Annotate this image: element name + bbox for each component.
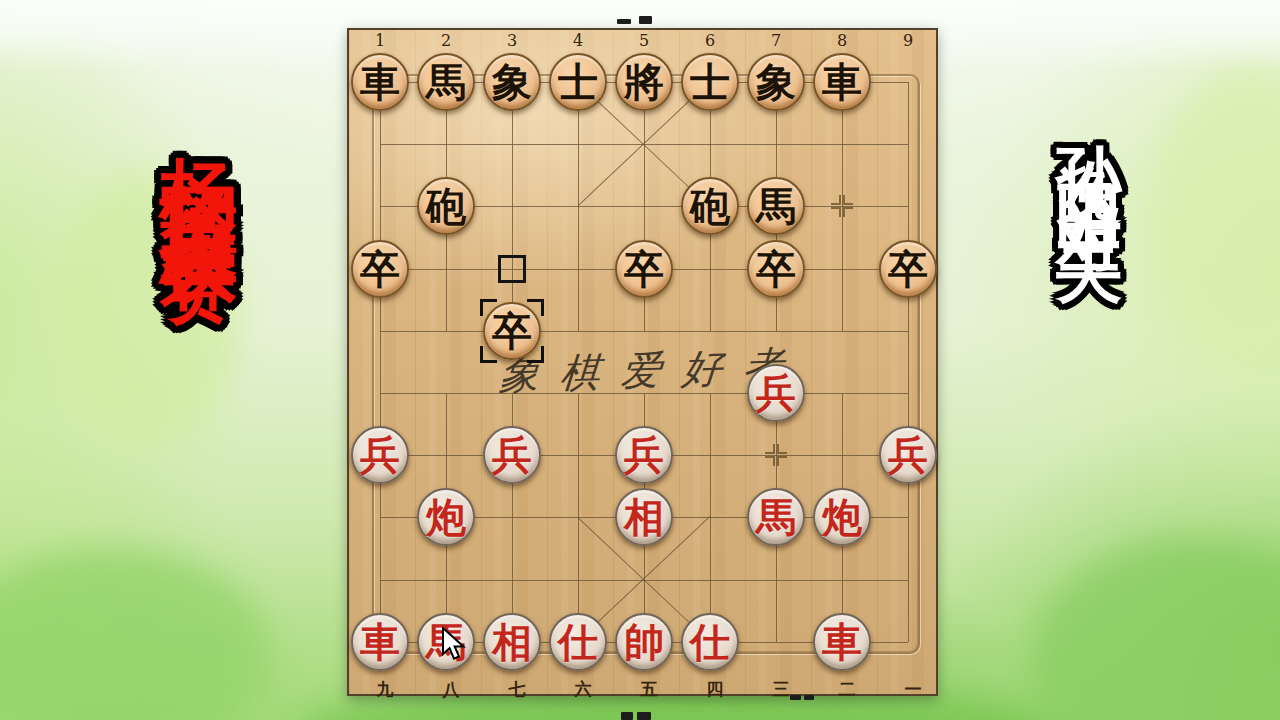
piece-red-帥[interactable]: 帥 xyxy=(615,613,673,671)
piece-red-相[interactable]: 相 xyxy=(615,488,673,546)
leaf-blob xyxy=(1030,540,1280,720)
file-label-bottom: 二 xyxy=(839,678,856,701)
piece-red-兵[interactable]: 兵 xyxy=(351,426,409,484)
point-marker xyxy=(765,444,787,466)
piece-black-卒[interactable]: 卒 xyxy=(615,240,673,298)
last-move-from-marker xyxy=(498,255,526,283)
piece-black-士[interactable]: 士 xyxy=(549,53,607,111)
piece-red-兵[interactable]: 兵 xyxy=(483,426,541,484)
piece-black-士[interactable]: 士 xyxy=(681,53,739,111)
left-banner-text: 杨官璘象棋赛 xyxy=(161,94,239,196)
piece-red-車[interactable]: 車 xyxy=(351,613,409,671)
leaf-blob xyxy=(0,550,270,720)
clipped-text-artifact-bottom xyxy=(804,695,814,700)
file-label-top: 2 xyxy=(441,31,451,50)
file-label-top: 6 xyxy=(705,31,715,50)
file-label-top: 1 xyxy=(375,31,385,50)
piece-black-卒[interactable]: 卒 xyxy=(351,240,409,298)
file-label-bottom: 三 xyxy=(773,678,790,701)
right-banner-text: 孙逸阳对王天一 xyxy=(1057,92,1123,232)
file-label-bottom: 四 xyxy=(707,678,724,701)
clipped-text-artifact-bottom xyxy=(621,712,633,720)
video-frame: 杨官璘象棋赛 孙逸阳对王天一 123456789 九八七六五四三二一 象棋爱好者… xyxy=(0,0,1280,720)
piece-black-象[interactable]: 象 xyxy=(747,53,805,111)
clipped-text-artifact-top xyxy=(617,19,631,24)
file-label-bottom: 六 xyxy=(575,678,592,701)
file-label-bottom: 一 xyxy=(905,678,922,701)
file-label-bottom: 七 xyxy=(509,678,526,701)
clipped-text-artifact-bottom xyxy=(637,712,651,720)
last-move-to-marker xyxy=(483,302,541,360)
leaf-blob xyxy=(1150,70,1280,370)
piece-red-炮[interactable]: 炮 xyxy=(417,488,475,546)
piece-black-車[interactable]: 車 xyxy=(351,53,409,111)
leaf-blob xyxy=(50,170,240,450)
file-label-top: 7 xyxy=(771,31,781,50)
file-label-top: 5 xyxy=(639,31,649,50)
clipped-text-artifact-bottom xyxy=(790,695,801,700)
file-label-top: 3 xyxy=(507,31,517,50)
piece-black-將[interactable]: 將 xyxy=(615,53,673,111)
file-label-top: 8 xyxy=(837,31,847,50)
piece-red-兵[interactable]: 兵 xyxy=(879,426,937,484)
piece-black-砲[interactable]: 砲 xyxy=(681,177,739,235)
piece-red-馬[interactable]: 馬 xyxy=(747,488,805,546)
file-label-top: 4 xyxy=(573,31,583,50)
piece-red-兵[interactable]: 兵 xyxy=(615,426,673,484)
piece-red-仕[interactable]: 仕 xyxy=(681,613,739,671)
file-label-top: 9 xyxy=(903,31,913,50)
piece-black-車[interactable]: 車 xyxy=(813,53,871,111)
mouse-cursor xyxy=(441,627,469,663)
piece-red-兵[interactable]: 兵 xyxy=(747,364,805,422)
piece-black-砲[interactable]: 砲 xyxy=(417,177,475,235)
piece-red-仕[interactable]: 仕 xyxy=(549,613,607,671)
file-label-bottom: 九 xyxy=(377,678,394,701)
piece-black-馬[interactable]: 馬 xyxy=(417,53,475,111)
piece-red-炮[interactable]: 炮 xyxy=(813,488,871,546)
piece-black-馬[interactable]: 馬 xyxy=(747,177,805,235)
file-label-bottom: 八 xyxy=(443,678,460,701)
piece-black-卒[interactable]: 卒 xyxy=(747,240,805,298)
piece-red-車[interactable]: 車 xyxy=(813,613,871,671)
piece-red-相[interactable]: 相 xyxy=(483,613,541,671)
point-marker xyxy=(831,195,853,217)
xiangqi-board[interactable]: 123456789 九八七六五四三二一 象棋爱好者 車馬象士將士象車砲砲馬卒卒卒… xyxy=(347,28,938,696)
piece-black-象[interactable]: 象 xyxy=(483,53,541,111)
file-label-bottom: 五 xyxy=(641,678,658,701)
piece-black-卒[interactable]: 卒 xyxy=(879,240,937,298)
clipped-text-artifact-top xyxy=(639,16,652,24)
